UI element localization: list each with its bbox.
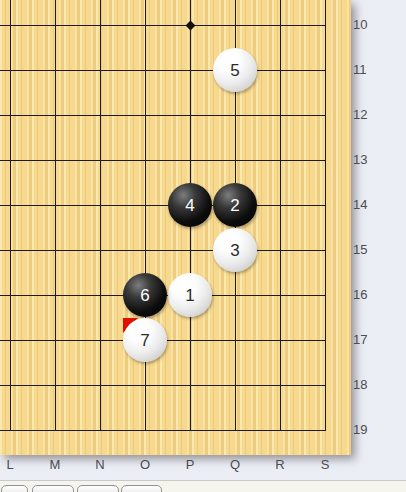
go-board[interactable]: 1234567 xyxy=(0,0,351,455)
row-label-15: 15 xyxy=(353,242,393,258)
grid-line-vertical xyxy=(10,0,11,431)
row-label-13: 13 xyxy=(353,152,393,168)
row-label-14: 14 xyxy=(353,197,393,213)
row-label-12: 12 xyxy=(353,107,393,123)
grid-line-horizontal xyxy=(0,430,326,431)
stone-move-number: 7 xyxy=(140,332,149,349)
grid-line-vertical xyxy=(55,0,56,431)
grid-line-horizontal xyxy=(0,70,326,71)
kifu-viewer-screen: 1234567 10111213141516171819LMNOPQRS xyxy=(0,0,406,492)
column-label-S: S xyxy=(313,457,337,472)
grid-line-horizontal xyxy=(0,160,326,161)
column-label-L: L xyxy=(0,457,22,472)
row-label-16: 16 xyxy=(353,287,393,303)
stone-black-2: 2 xyxy=(213,183,257,227)
nav-button-3[interactable] xyxy=(77,485,119,492)
stone-move-number: 5 xyxy=(230,62,239,79)
row-label-11: 11 xyxy=(353,62,393,78)
row-label-10: 10 xyxy=(353,17,393,33)
grid-line-horizontal xyxy=(0,115,326,116)
stone-white-1: 1 xyxy=(168,273,212,317)
column-label-R: R xyxy=(268,457,292,472)
nav-button-4[interactable] xyxy=(121,485,162,492)
grid-line-horizontal xyxy=(0,385,326,386)
row-label-19: 19 xyxy=(353,422,393,438)
star-point xyxy=(186,21,196,31)
grid-line-vertical xyxy=(325,0,326,431)
grid-line-vertical xyxy=(280,0,281,431)
column-label-M: M xyxy=(43,457,67,472)
grid-line-vertical xyxy=(145,0,146,431)
column-label-O: O xyxy=(133,457,157,472)
nav-button-1[interactable] xyxy=(1,485,28,492)
row-label-18: 18 xyxy=(353,377,393,393)
stone-white-5: 5 xyxy=(213,48,257,92)
stone-white-7: 7 xyxy=(123,318,167,362)
stone-move-number: 6 xyxy=(140,287,149,304)
column-label-P: P xyxy=(178,457,202,472)
stone-white-3: 3 xyxy=(213,228,257,272)
stone-move-number: 4 xyxy=(185,197,194,214)
column-label-N: N xyxy=(88,457,112,472)
row-label-17: 17 xyxy=(353,332,393,348)
stone-black-4: 4 xyxy=(168,183,212,227)
stone-move-number: 3 xyxy=(230,242,239,259)
column-label-Q: Q xyxy=(223,457,247,472)
grid-line-vertical xyxy=(100,0,101,431)
grid-line-horizontal xyxy=(0,250,326,251)
grid-line-horizontal xyxy=(0,25,326,26)
stone-black-6: 6 xyxy=(123,273,167,317)
stone-move-number: 2 xyxy=(230,197,239,214)
stone-move-number: 1 xyxy=(185,287,194,304)
nav-button-2[interactable] xyxy=(32,485,74,492)
grid-line-horizontal xyxy=(0,205,326,206)
